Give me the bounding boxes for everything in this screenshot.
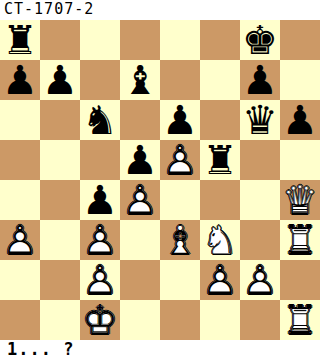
square-f7[interactable] [200,60,240,100]
piece-white-bishop-outline: ♗ [160,220,200,260]
piece-white-pawn: ♟ [80,220,120,260]
square-c7[interactable] [80,60,120,100]
piece-white-pawn-outline: ♙ [200,260,240,300]
square-f4[interactable] [200,180,240,220]
square-e2[interactable] [160,260,200,300]
piece-white-pawn: ♟ [200,260,240,300]
square-g2[interactable]: ♟♙ [240,260,280,300]
piece-black-bishop: ♝ [120,60,160,100]
square-c3[interactable]: ♟♙ [80,220,120,260]
piece-black-king: ♚ [240,20,280,60]
piece-white-queen: ♛ [280,180,320,220]
square-h1[interactable]: ♜♖ [280,300,320,340]
square-e6[interactable]: ♟ [160,100,200,140]
piece-white-queen-outline: ♕ [280,180,320,220]
square-e3[interactable]: ♝♗ [160,220,200,260]
piece-black-pawn: ♟ [160,100,200,140]
square-f3[interactable]: ♞♘ [200,220,240,260]
square-c5[interactable] [80,140,120,180]
square-h8[interactable] [280,20,320,60]
square-e5[interactable]: ♟♙ [160,140,200,180]
chess-board: ♜♚♟♟♝♟♞♟♛♟♟♟♙♜♟♟♙♛♕♟♙♟♙♝♗♞♘♜♖♟♙♟♙♟♙♚♔♜♖ [0,20,320,340]
square-d2[interactable] [120,260,160,300]
square-b8[interactable] [40,20,80,60]
square-b2[interactable] [40,260,80,300]
square-h4[interactable]: ♛♕ [280,180,320,220]
piece-white-pawn-outline: ♙ [120,180,160,220]
square-d7[interactable]: ♝ [120,60,160,100]
piece-black-knight: ♞ [80,100,120,140]
square-b3[interactable] [40,220,80,260]
piece-black-pawn: ♟ [80,180,120,220]
square-h2[interactable] [280,260,320,300]
piece-black-pawn: ♟ [240,60,280,100]
piece-white-pawn: ♟ [80,260,120,300]
piece-white-knight-outline: ♘ [200,220,240,260]
square-a6[interactable] [0,100,40,140]
square-g6[interactable]: ♛ [240,100,280,140]
square-c6[interactable]: ♞ [80,100,120,140]
square-a3[interactable]: ♟♙ [0,220,40,260]
square-f5[interactable]: ♜ [200,140,240,180]
square-g4[interactable] [240,180,280,220]
square-g5[interactable] [240,140,280,180]
piece-white-pawn-outline: ♙ [240,260,280,300]
puzzle-id: CT-1707-2 [0,0,320,20]
piece-white-bishop: ♝ [160,220,200,260]
piece-black-pawn: ♟ [280,100,320,140]
square-g1[interactable] [240,300,280,340]
piece-white-pawn-outline: ♙ [0,220,40,260]
square-b7[interactable]: ♟ [40,60,80,100]
square-a1[interactable] [0,300,40,340]
square-d3[interactable] [120,220,160,260]
square-e8[interactable] [160,20,200,60]
piece-white-knight: ♞ [200,220,240,260]
piece-white-pawn-outline: ♙ [160,140,200,180]
square-h6[interactable]: ♟ [280,100,320,140]
piece-white-pawn: ♟ [120,180,160,220]
square-a2[interactable] [0,260,40,300]
piece-black-pawn: ♟ [0,60,40,100]
square-d4[interactable]: ♟♙ [120,180,160,220]
piece-black-rook: ♜ [0,20,40,60]
piece-white-pawn: ♟ [0,220,40,260]
square-d6[interactable] [120,100,160,140]
piece-black-rook: ♜ [200,140,240,180]
piece-white-pawn-outline: ♙ [80,260,120,300]
piece-white-rook-outline: ♖ [280,220,320,260]
square-b4[interactable] [40,180,80,220]
piece-black-pawn: ♟ [40,60,80,100]
square-a7[interactable]: ♟ [0,60,40,100]
square-c8[interactable] [80,20,120,60]
square-c4[interactable]: ♟ [80,180,120,220]
square-d1[interactable] [120,300,160,340]
piece-white-pawn: ♟ [160,140,200,180]
square-d5[interactable]: ♟ [120,140,160,180]
square-f1[interactable] [200,300,240,340]
square-f6[interactable] [200,100,240,140]
square-a4[interactable] [0,180,40,220]
piece-white-rook-outline: ♖ [280,300,320,340]
square-c1[interactable]: ♚♔ [80,300,120,340]
piece-white-king: ♚ [80,300,120,340]
square-h5[interactable] [280,140,320,180]
square-e1[interactable] [160,300,200,340]
square-a5[interactable] [0,140,40,180]
square-g7[interactable]: ♟ [240,60,280,100]
move-prompt: 1... ? [0,340,320,360]
square-f2[interactable]: ♟♙ [200,260,240,300]
square-b6[interactable] [40,100,80,140]
piece-white-rook: ♜ [280,300,320,340]
piece-white-pawn: ♟ [240,260,280,300]
piece-black-pawn: ♟ [120,140,160,180]
square-e4[interactable] [160,180,200,220]
piece-white-king-outline: ♔ [80,300,120,340]
square-a8[interactable]: ♜ [0,20,40,60]
piece-black-queen: ♛ [240,100,280,140]
square-g3[interactable] [240,220,280,260]
piece-white-pawn-outline: ♙ [80,220,120,260]
piece-white-rook: ♜ [280,220,320,260]
square-f8[interactable] [200,20,240,60]
square-c2[interactable]: ♟♙ [80,260,120,300]
square-h3[interactable]: ♜♖ [280,220,320,260]
square-b1[interactable] [40,300,80,340]
square-d8[interactable] [120,20,160,60]
square-b5[interactable] [40,140,80,180]
square-e7[interactable] [160,60,200,100]
square-g8[interactable]: ♚ [240,20,280,60]
square-h7[interactable] [280,60,320,100]
